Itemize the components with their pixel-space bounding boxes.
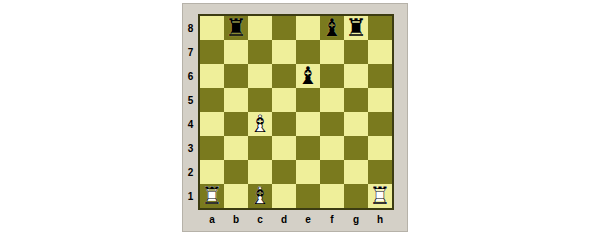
square-g5[interactable] bbox=[344, 88, 368, 112]
square-g4[interactable] bbox=[344, 112, 368, 136]
square-f5[interactable] bbox=[320, 88, 344, 112]
square-b6[interactable] bbox=[224, 64, 248, 88]
square-f6[interactable] bbox=[320, 64, 344, 88]
square-g8[interactable]: ♜ bbox=[344, 16, 368, 40]
square-c4[interactable]: ♝♗ bbox=[248, 112, 272, 136]
chessboard[interactable]: ♜♝♜♝♝♗♜♖♝♗♜♖ bbox=[198, 14, 394, 210]
square-a4[interactable] bbox=[200, 112, 224, 136]
square-a5[interactable] bbox=[200, 88, 224, 112]
file-label-b: b bbox=[224, 212, 248, 228]
square-a2[interactable] bbox=[200, 160, 224, 184]
square-h2[interactable] bbox=[368, 160, 392, 184]
square-g6[interactable] bbox=[344, 64, 368, 88]
square-e4[interactable] bbox=[296, 112, 320, 136]
square-g7[interactable] bbox=[344, 40, 368, 64]
square-f4[interactable] bbox=[320, 112, 344, 136]
square-b2[interactable] bbox=[224, 160, 248, 184]
square-c6[interactable] bbox=[248, 64, 272, 88]
square-c2[interactable] bbox=[248, 160, 272, 184]
file-label-e: e bbox=[296, 212, 320, 228]
square-e1[interactable] bbox=[296, 184, 320, 208]
rank-label-4: 4 bbox=[183, 112, 198, 136]
square-e6[interactable]: ♝ bbox=[296, 64, 320, 88]
white-bishop-c1[interactable]: ♝♗ bbox=[248, 184, 272, 208]
square-h1[interactable]: ♜♖ bbox=[368, 184, 392, 208]
rank-label-2: 2 bbox=[183, 160, 198, 184]
square-e3[interactable] bbox=[296, 136, 320, 160]
rank-label-1: 1 bbox=[183, 184, 198, 208]
file-labels: abcdefgh bbox=[200, 212, 392, 228]
black-rook-b8[interactable]: ♜ bbox=[224, 16, 248, 40]
square-c8[interactable] bbox=[248, 16, 272, 40]
black-rook-g8[interactable]: ♜ bbox=[344, 16, 368, 40]
file-label-a: a bbox=[200, 212, 224, 228]
square-d2[interactable] bbox=[272, 160, 296, 184]
file-label-d: d bbox=[272, 212, 296, 228]
rank-label-3: 3 bbox=[183, 136, 198, 160]
square-d5[interactable] bbox=[272, 88, 296, 112]
square-h4[interactable] bbox=[368, 112, 392, 136]
square-g1[interactable] bbox=[344, 184, 368, 208]
square-e8[interactable] bbox=[296, 16, 320, 40]
square-e5[interactable] bbox=[296, 88, 320, 112]
square-c5[interactable] bbox=[248, 88, 272, 112]
white-bishop-c4[interactable]: ♝♗ bbox=[248, 112, 272, 136]
square-b8[interactable]: ♜ bbox=[224, 16, 248, 40]
chessboard-frame: 87654321 ♜♝♜♝♝♗♜♖♝♗♜♖ abcdefgh bbox=[182, 3, 408, 232]
square-g2[interactable] bbox=[344, 160, 368, 184]
file-label-c: c bbox=[248, 212, 272, 228]
square-h6[interactable] bbox=[368, 64, 392, 88]
square-a8[interactable] bbox=[200, 16, 224, 40]
rank-label-8: 8 bbox=[183, 16, 198, 40]
square-d8[interactable] bbox=[272, 16, 296, 40]
square-h7[interactable] bbox=[368, 40, 392, 64]
square-b1[interactable] bbox=[224, 184, 248, 208]
square-a7[interactable] bbox=[200, 40, 224, 64]
square-h5[interactable] bbox=[368, 88, 392, 112]
page: 87654321 ♜♝♜♝♝♗♜♖♝♗♜♖ abcdefgh bbox=[0, 0, 591, 237]
file-label-g: g bbox=[344, 212, 368, 228]
square-h8[interactable] bbox=[368, 16, 392, 40]
square-d6[interactable] bbox=[272, 64, 296, 88]
square-f8[interactable]: ♝ bbox=[320, 16, 344, 40]
square-d3[interactable] bbox=[272, 136, 296, 160]
square-f2[interactable] bbox=[320, 160, 344, 184]
square-d4[interactable] bbox=[272, 112, 296, 136]
rank-labels: 87654321 bbox=[183, 16, 198, 208]
square-g3[interactable] bbox=[344, 136, 368, 160]
square-f7[interactable] bbox=[320, 40, 344, 64]
black-bishop-e6[interactable]: ♝ bbox=[296, 64, 320, 88]
square-f3[interactable] bbox=[320, 136, 344, 160]
square-h3[interactable] bbox=[368, 136, 392, 160]
square-d7[interactable] bbox=[272, 40, 296, 64]
file-label-f: f bbox=[320, 212, 344, 228]
rank-label-7: 7 bbox=[183, 40, 198, 64]
square-e2[interactable] bbox=[296, 160, 320, 184]
square-a6[interactable] bbox=[200, 64, 224, 88]
square-b7[interactable] bbox=[224, 40, 248, 64]
square-b4[interactable] bbox=[224, 112, 248, 136]
rank-label-5: 5 bbox=[183, 88, 198, 112]
square-f1[interactable] bbox=[320, 184, 344, 208]
square-e7[interactable] bbox=[296, 40, 320, 64]
white-rook-h1[interactable]: ♜♖ bbox=[368, 184, 392, 208]
square-a3[interactable] bbox=[200, 136, 224, 160]
square-a1[interactable]: ♜♖ bbox=[200, 184, 224, 208]
square-c1[interactable]: ♝♗ bbox=[248, 184, 272, 208]
white-rook-a1[interactable]: ♜♖ bbox=[200, 184, 224, 208]
square-d1[interactable] bbox=[272, 184, 296, 208]
square-c7[interactable] bbox=[248, 40, 272, 64]
file-label-h: h bbox=[368, 212, 392, 228]
black-bishop-f8[interactable]: ♝ bbox=[320, 16, 344, 40]
rank-label-6: 6 bbox=[183, 64, 198, 88]
square-c3[interactable] bbox=[248, 136, 272, 160]
square-b3[interactable] bbox=[224, 136, 248, 160]
square-b5[interactable] bbox=[224, 88, 248, 112]
